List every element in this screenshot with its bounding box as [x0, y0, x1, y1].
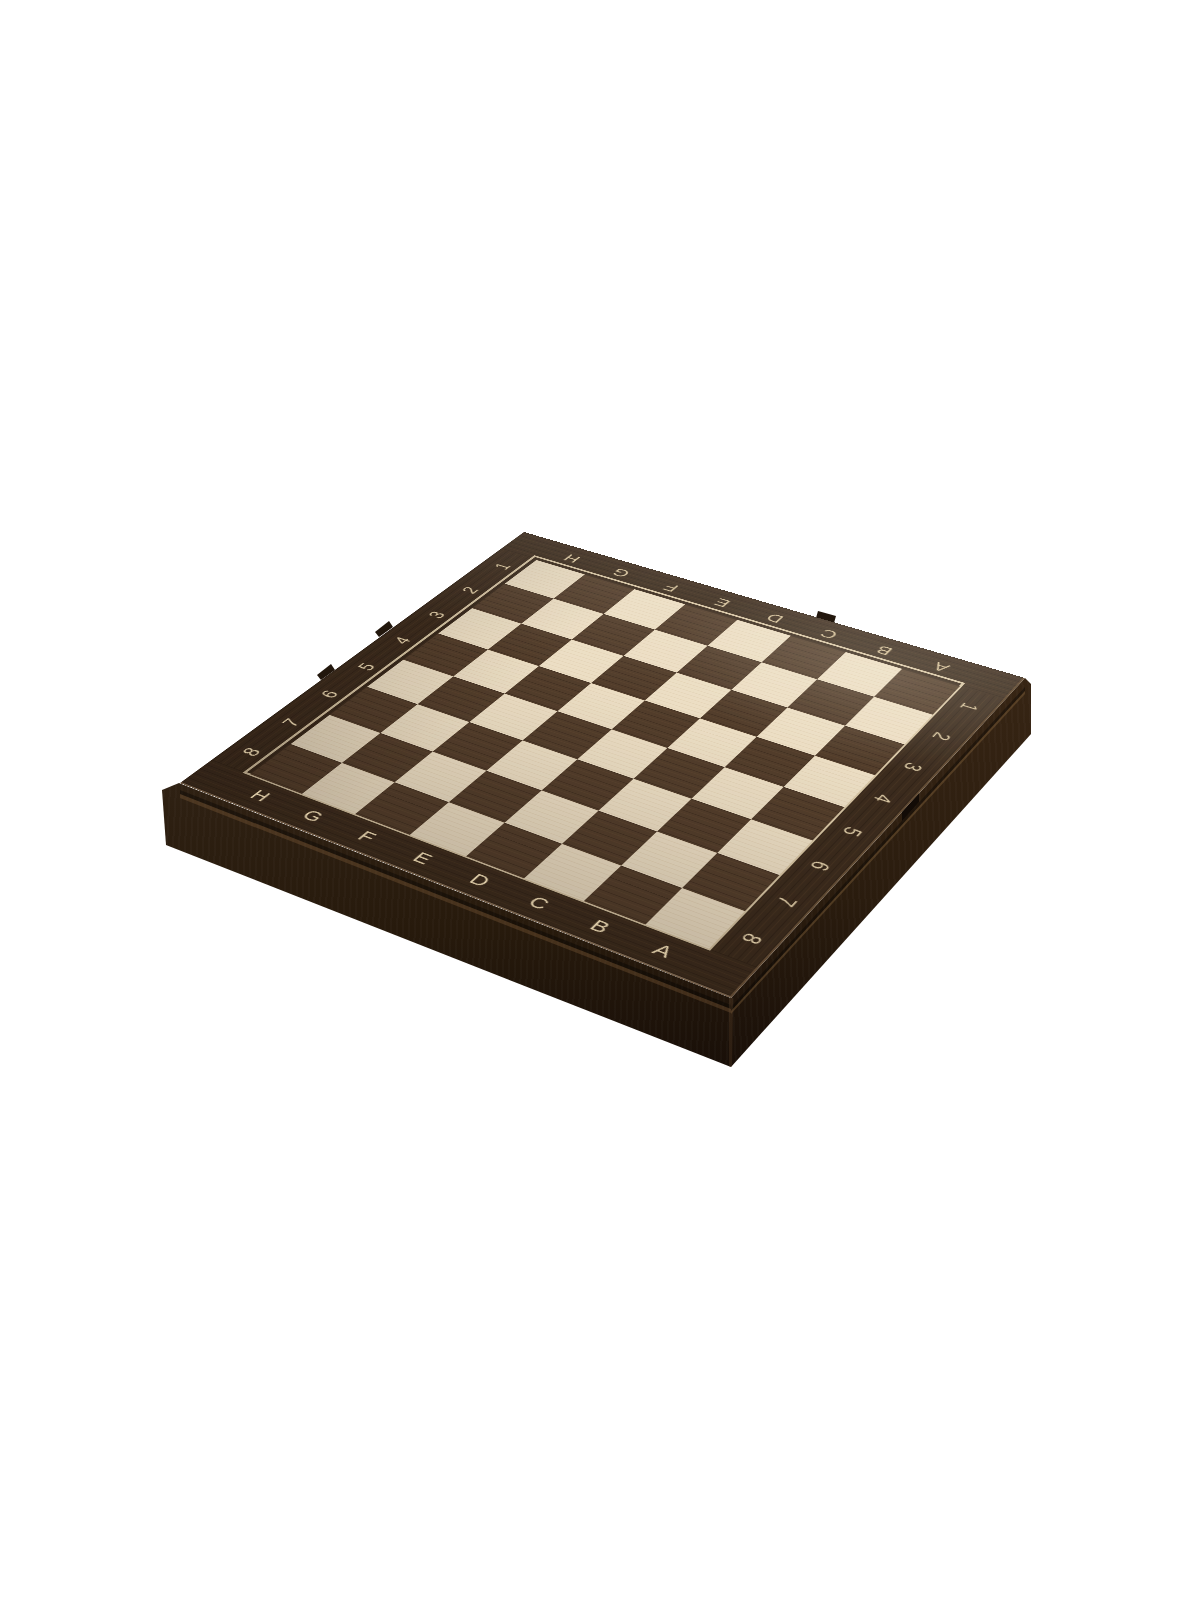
board-top: HGFEDCBAHGFEDCBA1234567812345678: [180, 532, 1025, 998]
product-photo: HGFEDCBAHGFEDCBA1234567812345678: [0, 0, 1200, 1600]
chessboard-grid: [250, 560, 960, 949]
